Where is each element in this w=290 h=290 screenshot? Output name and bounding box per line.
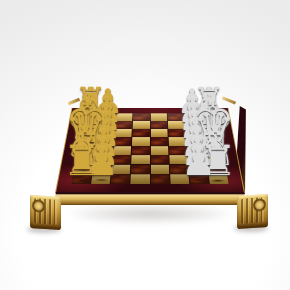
piece-gold-rook-a1: ♜	[63, 140, 100, 182]
product-photo-scene: ♜♞♝♛♚♝♞♜♟♟♟♟♟♟♟♟♟♟♟♟♟♟♟♟♜♞♝♛♚♝♞♜	[0, 0, 290, 290]
piece-silver-pawn-a7: ♟	[181, 142, 216, 181]
pieces-layer: ♜♞♝♛♚♝♞♜♟♟♟♟♟♟♟♟♟♟♟♟♟♟♟♟♜♞♝♛♚♝♞♜	[0, 0, 290, 290]
